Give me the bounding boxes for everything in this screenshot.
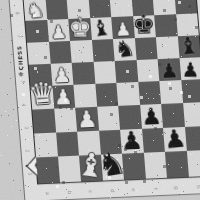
square-a2[interactable] (34, 132, 57, 157)
square-a8[interactable]: ♞ (24, 0, 47, 21)
square-a6[interactable] (27, 41, 50, 64)
square-c4[interactable] (73, 84, 96, 108)
piece-bK-f7[interactable]: ♚ (132, 11, 156, 37)
piece-bB-h6[interactable]: ♝ (177, 33, 200, 58)
file-label-g: g (171, 186, 180, 189)
square-a7[interactable] (25, 20, 48, 42)
rank-label-5: 5 (19, 77, 26, 86)
file-label-b: b (63, 191, 72, 194)
rank-label-6: 6 (17, 54, 24, 63)
file-label-e: e (128, 188, 137, 191)
square-e6[interactable]: ♞ (113, 38, 136, 61)
square-f5[interactable] (136, 59, 159, 82)
chessboard: ♞♟♚♝♟♚♞♝♟♟♟♛♟♟♟♟♟♝♞ (23, 0, 200, 185)
square-h3[interactable] (183, 102, 200, 126)
piece-wN-a8[interactable]: ♞ (25, 0, 46, 21)
piece-bP-g5[interactable]: ♟ (160, 60, 179, 81)
square-f1[interactable] (143, 152, 167, 179)
square-e5[interactable] (115, 60, 138, 83)
board-frame: ✻CHESS ♞♟♚♝♟♚♞♝♟♟♟♛♟♟♟♟♟♝♞ ♞ 12345678 ab… (8, 0, 200, 200)
rank-label-8: 8 (14, 9, 21, 18)
square-e1[interactable] (122, 153, 146, 180)
square-e4[interactable] (116, 82, 139, 106)
piece-bP-g2[interactable]: ♟ (162, 125, 188, 152)
square-e8[interactable] (110, 0, 133, 17)
square-b3[interactable] (54, 108, 77, 132)
photo-noise-dark (0, 0, 1, 1)
chessboard-photo: ✻CHESS ♞♟♚♝♟♚♞♝♟♟♟♛♟♟♟♟♟♝♞ ♞ 12345678 ab… (0, 0, 200, 200)
square-g8[interactable] (153, 0, 176, 15)
rank-label-7: 7 (16, 32, 23, 41)
piece-wP-b4[interactable]: ♟ (54, 87, 74, 108)
square-b2[interactable] (56, 131, 79, 156)
rank-label-4: 4 (21, 100, 28, 109)
square-b7[interactable]: ♟ (47, 19, 70, 41)
piece-wK-c7[interactable]: ♚ (68, 14, 92, 40)
piece-bB-d7[interactable]: ♝ (90, 16, 113, 41)
file-label-c: c (85, 190, 94, 193)
square-b4[interactable]: ♟ (52, 85, 75, 109)
square-a1[interactable] (36, 157, 60, 184)
square-d5[interactable] (93, 61, 116, 84)
square-b6[interactable] (48, 40, 71, 63)
piece-bP-f3[interactable]: ♟ (140, 105, 162, 129)
square-g5[interactable]: ♟ (158, 58, 181, 81)
piece-bP-h5[interactable]: ♟ (182, 59, 200, 79)
rank-label-3: 3 (23, 123, 30, 132)
piece-bN-e6[interactable]: ♞ (112, 36, 136, 61)
file-label-f: f (149, 187, 158, 190)
square-c5[interactable] (72, 61, 95, 84)
square-d4[interactable] (95, 83, 118, 107)
square-a4[interactable]: ♛ (30, 86, 53, 110)
square-g2[interactable]: ♟ (163, 127, 186, 152)
piece-wP-b5[interactable]: ♟ (52, 65, 71, 86)
square-d7[interactable]: ♝ (90, 17, 113, 39)
file-label-a: a (42, 192, 51, 195)
square-c6[interactable] (70, 40, 93, 63)
square-h6[interactable]: ♝ (177, 35, 200, 58)
square-h5[interactable]: ♟ (179, 57, 200, 80)
square-b8[interactable] (45, 0, 68, 20)
photo-noise-light (0, 0, 1, 1)
square-h2[interactable] (184, 126, 200, 151)
square-d1[interactable]: ♞ (100, 154, 124, 181)
square-f3[interactable]: ♟ (140, 104, 163, 128)
piece-wP-c3[interactable]: ♟ (76, 107, 98, 131)
piece-wP-b7[interactable]: ♟ (50, 23, 68, 42)
square-d3[interactable] (97, 106, 120, 130)
square-e2[interactable]: ♟ (120, 128, 143, 153)
square-h8[interactable] (174, 0, 197, 14)
square-g7[interactable] (154, 14, 177, 36)
square-f2[interactable] (142, 127, 165, 152)
square-f4[interactable] (138, 81, 161, 105)
square-f7[interactable]: ♚ (133, 15, 156, 37)
file-label-h: h (192, 185, 200, 188)
square-g6[interactable] (156, 36, 179, 59)
square-f6[interactable] (134, 37, 157, 60)
rank-label-1: 1 (26, 169, 33, 178)
square-g1[interactable] (165, 151, 189, 178)
square-g4[interactable] (159, 80, 182, 104)
square-a3[interactable] (32, 109, 55, 133)
square-d6[interactable] (91, 39, 114, 62)
square-c3[interactable]: ♟ (75, 107, 98, 131)
square-h1[interactable] (186, 150, 200, 177)
rank-label-2: 2 (25, 146, 32, 155)
square-h4[interactable] (181, 79, 200, 103)
file-label-d: d (106, 189, 115, 192)
square-c7[interactable]: ♚ (68, 18, 91, 40)
